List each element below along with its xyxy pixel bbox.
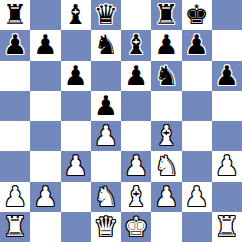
piece-white-pawn: ♟ xyxy=(30,182,60,212)
square-a4[interactable] xyxy=(0,121,30,151)
square-h4[interactable] xyxy=(212,121,242,151)
square-d5[interactable]: ♟ xyxy=(91,91,121,121)
square-b7[interactable]: ♟ xyxy=(30,30,60,60)
square-h1[interactable]: ♜ xyxy=(212,212,242,242)
piece-white-knight: ♞ xyxy=(91,182,121,212)
piece-black-king: ♚ xyxy=(182,0,212,30)
square-d6[interactable] xyxy=(91,61,121,91)
square-h6[interactable]: ♟ xyxy=(212,61,242,91)
square-h7[interactable] xyxy=(212,30,242,60)
square-b1[interactable] xyxy=(30,212,60,242)
square-c2[interactable] xyxy=(61,182,91,212)
piece-white-pawn: ♟ xyxy=(182,182,212,212)
square-a3[interactable] xyxy=(0,151,30,181)
piece-black-rook: ♜ xyxy=(0,0,30,30)
square-g7[interactable]: ♟ xyxy=(182,30,212,60)
piece-white-pawn: ♟ xyxy=(61,151,91,181)
square-f5[interactable] xyxy=(151,91,181,121)
square-c6[interactable]: ♟ xyxy=(61,61,91,91)
square-c4[interactable] xyxy=(61,121,91,151)
square-c1[interactable] xyxy=(61,212,91,242)
square-g6[interactable] xyxy=(182,61,212,91)
piece-black-pawn: ♟ xyxy=(151,30,181,60)
square-d3[interactable] xyxy=(91,151,121,181)
square-b4[interactable] xyxy=(30,121,60,151)
square-e5[interactable] xyxy=(121,91,151,121)
piece-black-pawn: ♟ xyxy=(91,91,121,121)
square-b5[interactable] xyxy=(30,91,60,121)
square-b8[interactable] xyxy=(30,0,60,30)
square-f4[interactable]: ♝ xyxy=(151,121,181,151)
square-e4[interactable] xyxy=(121,121,151,151)
piece-black-bishop: ♝ xyxy=(61,0,91,30)
square-a7[interactable]: ♟ xyxy=(0,30,30,60)
piece-white-knight: ♞ xyxy=(151,151,181,181)
piece-black-pawn: ♟ xyxy=(212,61,242,91)
square-e1[interactable]: ♚ xyxy=(121,212,151,242)
piece-white-rook: ♜ xyxy=(0,212,30,242)
piece-black-knight: ♞ xyxy=(91,30,121,60)
piece-black-pawn: ♟ xyxy=(121,61,151,91)
chess-board: ♜♝♛♜♚♟♟♞♝♟♟♟♟♞♟♟♟♝♟♟♞♟♟♟♞♝♟♟♜♛♚♜ xyxy=(0,0,242,242)
square-e8[interactable] xyxy=(121,0,151,30)
piece-white-rook: ♜ xyxy=(212,212,242,242)
square-a2[interactable]: ♟ xyxy=(0,182,30,212)
square-d4[interactable]: ♟ xyxy=(91,121,121,151)
square-f8[interactable]: ♜ xyxy=(151,0,181,30)
piece-black-pawn: ♟ xyxy=(30,30,60,60)
piece-black-pawn: ♟ xyxy=(182,30,212,60)
square-a1[interactable]: ♜ xyxy=(0,212,30,242)
square-c3[interactable]: ♟ xyxy=(61,151,91,181)
piece-black-rook: ♜ xyxy=(151,0,181,30)
square-e3[interactable]: ♟ xyxy=(121,151,151,181)
piece-white-pawn: ♟ xyxy=(121,151,151,181)
square-a8[interactable]: ♜ xyxy=(0,0,30,30)
square-a6[interactable] xyxy=(0,61,30,91)
piece-black-bishop: ♝ xyxy=(121,30,151,60)
square-h3[interactable]: ♟ xyxy=(212,151,242,181)
square-f2[interactable]: ♟ xyxy=(151,182,181,212)
square-a5[interactable] xyxy=(0,91,30,121)
square-d7[interactable]: ♞ xyxy=(91,30,121,60)
square-h2[interactable] xyxy=(212,182,242,212)
piece-white-queen: ♛ xyxy=(91,212,121,242)
piece-white-pawn: ♟ xyxy=(151,182,181,212)
square-c8[interactable]: ♝ xyxy=(61,0,91,30)
square-h5[interactable] xyxy=(212,91,242,121)
piece-black-pawn: ♟ xyxy=(0,30,30,60)
square-e2[interactable]: ♝ xyxy=(121,182,151,212)
square-e7[interactable]: ♝ xyxy=(121,30,151,60)
square-f3[interactable]: ♞ xyxy=(151,151,181,181)
square-f6[interactable]: ♞ xyxy=(151,61,181,91)
square-g3[interactable] xyxy=(182,151,212,181)
square-g5[interactable] xyxy=(182,91,212,121)
square-e6[interactable]: ♟ xyxy=(121,61,151,91)
square-f1[interactable] xyxy=(151,212,181,242)
square-c5[interactable] xyxy=(61,91,91,121)
piece-white-king: ♚ xyxy=(121,212,151,242)
piece-white-bishop: ♝ xyxy=(151,121,181,151)
piece-black-queen: ♛ xyxy=(91,0,121,30)
square-f7[interactable]: ♟ xyxy=(151,30,181,60)
square-g2[interactable]: ♟ xyxy=(182,182,212,212)
square-b6[interactable] xyxy=(30,61,60,91)
piece-black-knight: ♞ xyxy=(151,61,181,91)
piece-white-bishop: ♝ xyxy=(121,182,151,212)
square-h8[interactable] xyxy=(212,0,242,30)
square-d2[interactable]: ♞ xyxy=(91,182,121,212)
piece-white-pawn: ♟ xyxy=(0,182,30,212)
square-g1[interactable] xyxy=(182,212,212,242)
piece-black-pawn: ♟ xyxy=(61,61,91,91)
square-g8[interactable]: ♚ xyxy=(182,0,212,30)
square-d8[interactable]: ♛ xyxy=(91,0,121,30)
square-b2[interactable]: ♟ xyxy=(30,182,60,212)
square-b3[interactable] xyxy=(30,151,60,181)
piece-white-pawn: ♟ xyxy=(91,121,121,151)
piece-white-pawn: ♟ xyxy=(212,151,242,181)
square-d1[interactable]: ♛ xyxy=(91,212,121,242)
square-g4[interactable] xyxy=(182,121,212,151)
square-c7[interactable] xyxy=(61,30,91,60)
